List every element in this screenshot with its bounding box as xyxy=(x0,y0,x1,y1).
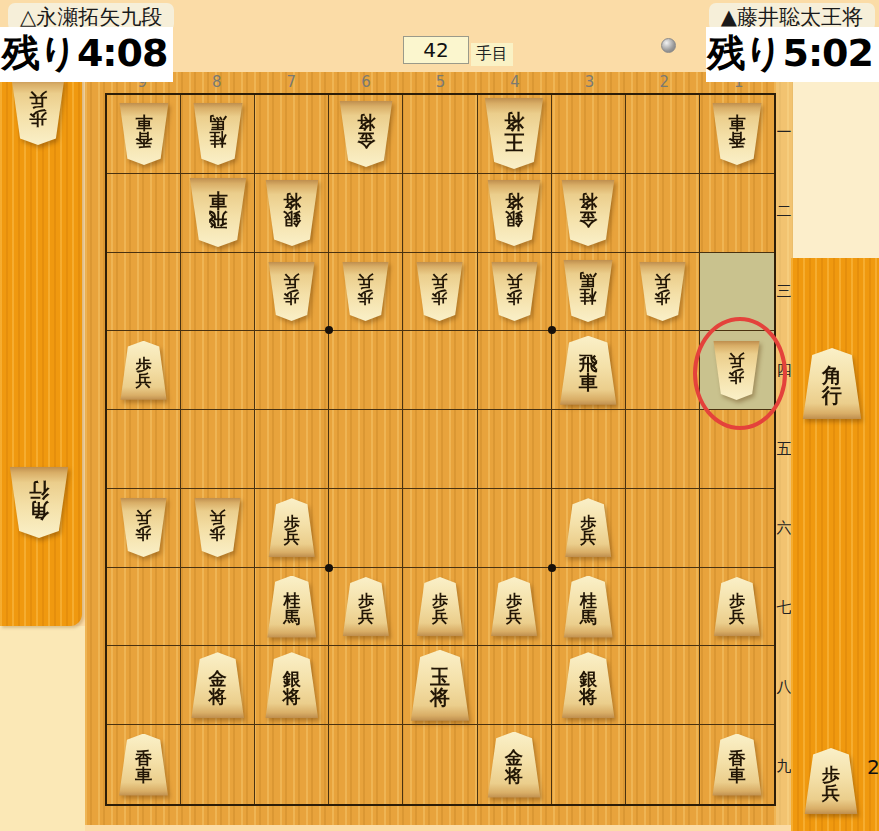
piece-king-gote[interactable]: 王将 xyxy=(478,95,551,173)
square-4-3[interactable]: 歩兵 xyxy=(478,253,552,332)
square-3-6[interactable]: 歩兵 xyxy=(552,489,626,568)
piece-pawn-gote[interactable]: 歩兵 xyxy=(255,253,328,331)
square-9-3[interactable] xyxy=(107,253,181,332)
piece-silver-sente[interactable]: 銀将 xyxy=(552,646,625,724)
piece-pawn-sente[interactable]: 歩兵 xyxy=(700,568,774,646)
file-label-6: 6 xyxy=(329,74,404,90)
file-label-4: 4 xyxy=(478,74,553,90)
square-6-9[interactable] xyxy=(329,725,403,804)
square-8-9[interactable] xyxy=(181,725,255,804)
piece-pawn-gote[interactable]: 歩兵 xyxy=(329,253,402,331)
turn-indicator-icon xyxy=(661,38,676,53)
square-4-8[interactable] xyxy=(478,646,552,725)
hand-slot-sente-bishop[interactable]: 角行 xyxy=(801,348,863,419)
rank-label-1: 一 xyxy=(774,93,794,172)
piece-pawn-sente[interactable]: 歩兵 xyxy=(803,748,859,814)
square-1-6[interactable] xyxy=(700,489,774,568)
square-2-1[interactable] xyxy=(626,95,700,174)
rank-label-2: 二 xyxy=(774,172,794,251)
square-6-6[interactable] xyxy=(329,489,403,568)
square-3-5[interactable] xyxy=(552,410,626,489)
piece-knight-gote[interactable]: 桂馬 xyxy=(181,95,254,173)
piece-gold-gote[interactable]: 金将 xyxy=(552,174,625,252)
square-2-6[interactable] xyxy=(626,489,700,568)
piece-knight-sente[interactable]: 桂馬 xyxy=(552,568,625,646)
piece-rook-gote[interactable]: 飛車 xyxy=(181,174,254,252)
square-9-6[interactable]: 歩兵 xyxy=(107,489,181,568)
square-3-4[interactable]: 飛車 xyxy=(552,331,626,410)
piece-gold-sente[interactable]: 金将 xyxy=(181,646,254,724)
square-1-2[interactable] xyxy=(700,174,774,253)
piece-pawn-sente[interactable]: 歩兵 xyxy=(255,489,328,567)
square-7-7[interactable]: 桂馬 xyxy=(255,568,329,647)
square-1-8[interactable] xyxy=(700,646,774,725)
piece-lance-gote[interactable]: 香車 xyxy=(107,95,180,173)
hand-slot-gote-bishop[interactable]: 角行 xyxy=(8,467,70,538)
square-7-3[interactable]: 歩兵 xyxy=(255,253,329,332)
piece-bishop-gote[interactable]: 角行 xyxy=(8,467,70,538)
square-7-5[interactable] xyxy=(255,410,329,489)
file-label-3: 3 xyxy=(552,74,627,90)
sente-clock: 残り5:02 xyxy=(706,27,879,82)
board-grid: 香車桂馬金将王将香車飛車銀将銀将金将歩兵歩兵歩兵歩兵桂馬歩兵歩兵飛車歩兵歩兵歩兵… xyxy=(105,93,776,806)
square-3-9[interactable] xyxy=(552,725,626,804)
shogi-app: △永瀬拓矢九段 残り4:08 42 手目 ▲藤井聡太王将 残り5:02 9876… xyxy=(0,0,879,831)
gote-clock: 残り4:08 xyxy=(0,27,173,82)
piece-pawn-gote[interactable]: 歩兵 xyxy=(478,253,551,331)
file-labels: 987654321 xyxy=(105,74,776,90)
square-1-9[interactable]: 香車 xyxy=(700,725,774,804)
piece-pawn-gote[interactable]: 歩兵 xyxy=(10,79,66,145)
square-7-9[interactable] xyxy=(255,725,329,804)
file-label-5: 5 xyxy=(403,74,478,90)
piece-silver-gote[interactable]: 銀将 xyxy=(478,174,551,252)
piece-knight-gote[interactable]: 桂馬 xyxy=(552,253,625,331)
square-2-5[interactable] xyxy=(626,410,700,489)
piece-pawn-sente[interactable]: 歩兵 xyxy=(403,568,476,646)
piece-pawn-gote[interactable]: 歩兵 xyxy=(181,489,254,567)
square-3-8[interactable]: 銀将 xyxy=(552,646,626,725)
square-3-1[interactable] xyxy=(552,95,626,174)
square-5-1[interactable] xyxy=(403,95,477,174)
square-8-5[interactable] xyxy=(181,410,255,489)
square-8-3[interactable] xyxy=(181,253,255,332)
move-number-label: 手目 xyxy=(471,43,513,66)
square-3-3[interactable]: 桂馬 xyxy=(552,253,626,332)
background-right xyxy=(791,60,879,260)
square-9-4[interactable]: 歩兵 xyxy=(107,331,181,410)
square-6-1[interactable]: 金将 xyxy=(329,95,403,174)
square-8-7[interactable] xyxy=(181,568,255,647)
piece-bishop-sente[interactable]: 角行 xyxy=(801,348,863,419)
square-2-2[interactable] xyxy=(626,174,700,253)
square-6-5[interactable] xyxy=(329,410,403,489)
square-5-6[interactable] xyxy=(403,489,477,568)
square-5-9[interactable] xyxy=(403,725,477,804)
hand-count: 2 xyxy=(867,755,879,779)
square-9-8[interactable] xyxy=(107,646,181,725)
piece-pawn-gote[interactable]: 歩兵 xyxy=(403,253,476,331)
square-2-7[interactable] xyxy=(626,568,700,647)
piece-silver-gote[interactable]: 銀将 xyxy=(255,174,328,252)
square-1-7[interactable]: 歩兵 xyxy=(700,568,774,647)
piece-pawn-sente[interactable]: 歩兵 xyxy=(552,489,625,567)
square-5-8[interactable]: 玉将 xyxy=(403,646,477,725)
shogi-board: 987654321 一二三四五六七八九 香車桂馬金将王将香車飛車銀将銀将金将歩兵… xyxy=(85,72,793,825)
square-8-4[interactable] xyxy=(181,331,255,410)
square-2-9[interactable] xyxy=(626,725,700,804)
square-3-7[interactable]: 桂馬 xyxy=(552,568,626,647)
square-4-4[interactable] xyxy=(478,331,552,410)
square-5-5[interactable] xyxy=(403,410,477,489)
square-8-2[interactable]: 飛車 xyxy=(181,174,255,253)
square-5-7[interactable]: 歩兵 xyxy=(403,568,477,647)
square-9-2[interactable] xyxy=(107,174,181,253)
square-6-7[interactable]: 歩兵 xyxy=(329,568,403,647)
square-9-5[interactable] xyxy=(107,410,181,489)
gote-captured-tray: 歩兵角行 xyxy=(0,75,82,626)
square-4-5[interactable] xyxy=(478,410,552,489)
square-9-7[interactable] xyxy=(107,568,181,647)
square-7-8[interactable]: 銀将 xyxy=(255,646,329,725)
square-3-2[interactable]: 金将 xyxy=(552,174,626,253)
piece-pawn-gote[interactable]: 歩兵 xyxy=(107,489,180,567)
hand-slot-sente-pawn[interactable]: 歩兵2 xyxy=(803,748,879,814)
piece-knight-sente[interactable]: 桂馬 xyxy=(255,568,328,646)
square-9-1[interactable]: 香車 xyxy=(107,95,181,174)
piece-pawn-sente[interactable]: 歩兵 xyxy=(329,568,402,646)
square-9-9[interactable]: 香車 xyxy=(107,725,181,804)
square-8-6[interactable]: 歩兵 xyxy=(181,489,255,568)
piece-pawn-gote[interactable]: 歩兵 xyxy=(626,253,699,331)
piece-lance-sente[interactable]: 香車 xyxy=(700,725,774,804)
background-left xyxy=(0,626,85,831)
square-7-2[interactable]: 銀将 xyxy=(255,174,329,253)
square-5-4[interactable] xyxy=(403,331,477,410)
square-6-8[interactable] xyxy=(329,646,403,725)
hand-slot-gote-pawn[interactable]: 歩兵 xyxy=(10,79,66,145)
move-number-input[interactable]: 42 xyxy=(403,36,469,64)
square-5-2[interactable] xyxy=(403,174,477,253)
square-2-3[interactable]: 歩兵 xyxy=(626,253,700,332)
square-7-6[interactable]: 歩兵 xyxy=(255,489,329,568)
last-move-circle xyxy=(693,317,787,430)
piece-lance-sente[interactable]: 香車 xyxy=(107,725,180,804)
square-8-1[interactable]: 桂馬 xyxy=(181,95,255,174)
square-4-9[interactable]: 金将 xyxy=(478,725,552,804)
square-4-7[interactable]: 歩兵 xyxy=(478,568,552,647)
piece-silver-sente[interactable]: 銀将 xyxy=(255,646,328,724)
piece-gold-sente[interactable]: 金将 xyxy=(478,725,551,804)
square-4-2[interactable]: 銀将 xyxy=(478,174,552,253)
file-label-7: 7 xyxy=(254,74,329,90)
square-2-8[interactable] xyxy=(626,646,700,725)
square-4-6[interactable] xyxy=(478,489,552,568)
piece-gold-gote[interactable]: 金将 xyxy=(329,95,402,173)
square-4-1[interactable]: 王将 xyxy=(478,95,552,174)
square-7-1[interactable] xyxy=(255,95,329,174)
square-6-3[interactable]: 歩兵 xyxy=(329,253,403,332)
sente-captured-tray: 角行歩兵2 xyxy=(791,258,879,831)
square-7-4[interactable] xyxy=(255,331,329,410)
file-label-2: 2 xyxy=(627,74,702,90)
piece-king-sente[interactable]: 玉将 xyxy=(403,646,476,724)
square-2-4[interactable] xyxy=(626,331,700,410)
piece-lance-gote[interactable]: 香車 xyxy=(700,95,774,173)
square-6-2[interactable] xyxy=(329,174,403,253)
piece-rook-sente[interactable]: 飛車 xyxy=(552,331,625,409)
square-8-8[interactable]: 金将 xyxy=(181,646,255,725)
piece-pawn-sente[interactable]: 歩兵 xyxy=(107,331,180,409)
file-label-8: 8 xyxy=(180,74,255,90)
square-1-1[interactable]: 香車 xyxy=(700,95,774,174)
piece-pawn-sente[interactable]: 歩兵 xyxy=(478,568,551,646)
square-5-3[interactable]: 歩兵 xyxy=(403,253,477,332)
square-6-4[interactable] xyxy=(329,331,403,410)
